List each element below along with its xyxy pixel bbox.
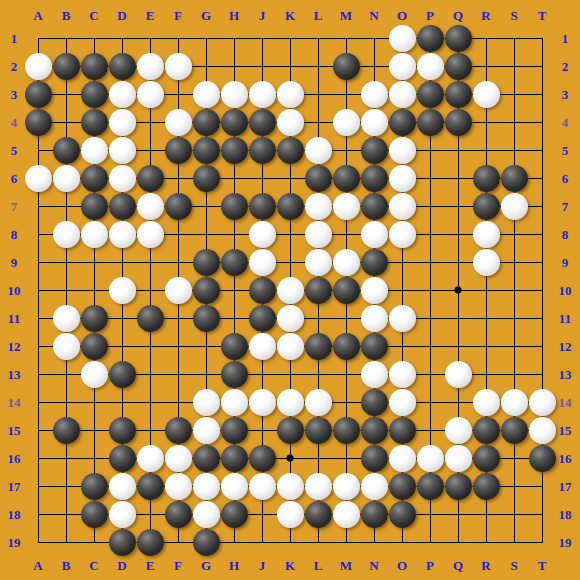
- coord-label-bottom-K[interactable]: K: [285, 559, 295, 572]
- white-stone-R8: [473, 221, 500, 248]
- coord-label-right-17[interactable]: 17: [559, 480, 572, 493]
- black-stone-Q17: [445, 473, 472, 500]
- black-stone-C3: [81, 81, 108, 108]
- coord-label-top-M[interactable]: M: [340, 9, 352, 22]
- coord-label-left-17[interactable]: 17: [8, 480, 21, 493]
- coord-label-top-O[interactable]: O: [397, 9, 407, 22]
- black-stone-C17: [81, 473, 108, 500]
- white-stone-O16: [389, 445, 416, 472]
- coord-label-bottom-R[interactable]: R: [481, 559, 490, 572]
- coord-label-left-16[interactable]: 16: [8, 452, 21, 465]
- black-stone-M6: [333, 165, 360, 192]
- coord-label-bottom-T[interactable]: T: [538, 559, 547, 572]
- white-stone-P16: [417, 445, 444, 472]
- white-stone-F4: [165, 109, 192, 136]
- white-stone-D17: [109, 473, 136, 500]
- black-stone-F15: [165, 417, 192, 444]
- coord-label-right-3[interactable]: 3: [562, 88, 569, 101]
- coord-label-top-S[interactable]: S: [510, 9, 517, 22]
- white-stone-K4: [277, 109, 304, 136]
- coord-label-top-B[interactable]: B: [62, 9, 71, 22]
- black-stone-M10: [333, 277, 360, 304]
- coord-label-left-12[interactable]: 12: [8, 340, 21, 353]
- coord-label-right-18[interactable]: 18: [559, 508, 572, 521]
- coord-label-right-2[interactable]: 2: [562, 60, 569, 73]
- coord-label-bottom-L[interactable]: L: [314, 559, 323, 572]
- black-stone-L6: [305, 165, 332, 192]
- coord-label-left-14[interactable]: 14: [8, 396, 21, 409]
- white-stone-N13: [361, 361, 388, 388]
- coord-label-bottom-P[interactable]: P: [426, 559, 434, 572]
- white-stone-K11: [277, 305, 304, 332]
- white-stone-N8: [361, 221, 388, 248]
- white-stone-D10: [109, 277, 136, 304]
- black-stone-L10: [305, 277, 332, 304]
- black-stone-R7: [473, 193, 500, 220]
- white-stone-K14: [277, 389, 304, 416]
- black-stone-K5: [277, 137, 304, 164]
- black-stone-G4: [193, 109, 220, 136]
- star-point-Q10: [455, 287, 462, 294]
- black-stone-G6: [193, 165, 220, 192]
- coord-label-bottom-E[interactable]: E: [146, 559, 155, 572]
- white-stone-C8: [81, 221, 108, 248]
- white-stone-G3: [193, 81, 220, 108]
- white-stone-G17: [193, 473, 220, 500]
- white-stone-H17: [221, 473, 248, 500]
- coord-label-bottom-Q[interactable]: Q: [453, 559, 463, 572]
- white-stone-D3: [109, 81, 136, 108]
- black-stone-E11: [137, 305, 164, 332]
- coord-label-right-7[interactable]: 7: [562, 200, 569, 213]
- coord-label-right-14[interactable]: 14: [559, 396, 572, 409]
- coord-label-right-11[interactable]: 11: [559, 312, 571, 325]
- coord-label-bottom-H[interactable]: H: [229, 559, 239, 572]
- black-stone-P17: [417, 473, 444, 500]
- coord-label-right-4[interactable]: 4: [562, 116, 569, 129]
- coord-label-left-3[interactable]: 3: [11, 88, 18, 101]
- white-stone-M17: [333, 473, 360, 500]
- white-stone-T15: [529, 417, 556, 444]
- black-stone-G11: [193, 305, 220, 332]
- black-stone-N7: [361, 193, 388, 220]
- black-stone-E6: [137, 165, 164, 192]
- black-stone-G19: [193, 529, 220, 556]
- white-stone-E8: [137, 221, 164, 248]
- white-stone-J12: [249, 333, 276, 360]
- white-stone-E3: [137, 81, 164, 108]
- white-stone-N10: [361, 277, 388, 304]
- white-stone-K3: [277, 81, 304, 108]
- black-stone-R16: [473, 445, 500, 472]
- coord-label-top-N[interactable]: N: [369, 9, 378, 22]
- white-stone-O13: [389, 361, 416, 388]
- white-stone-L5: [305, 137, 332, 164]
- coord-label-left-18[interactable]: 18: [8, 508, 21, 521]
- coord-label-top-C[interactable]: C: [89, 9, 98, 22]
- coord-label-right-6[interactable]: 6: [562, 172, 569, 185]
- black-stone-D15: [109, 417, 136, 444]
- black-stone-E17: [137, 473, 164, 500]
- white-stone-M18: [333, 501, 360, 528]
- white-stone-A2: [25, 53, 52, 80]
- coord-label-left-1[interactable]: 1: [11, 32, 18, 45]
- coord-label-right-13[interactable]: 13: [559, 368, 572, 381]
- white-stone-E16: [137, 445, 164, 472]
- white-stone-N4: [361, 109, 388, 136]
- black-stone-Q2: [445, 53, 472, 80]
- coord-label-left-6[interactable]: 6: [11, 172, 18, 185]
- white-stone-L14: [305, 389, 332, 416]
- coord-label-left-9[interactable]: 9: [11, 256, 18, 269]
- coord-label-left-13[interactable]: 13: [8, 368, 21, 381]
- white-stone-K18: [277, 501, 304, 528]
- white-stone-O3: [389, 81, 416, 108]
- white-stone-B11: [53, 305, 80, 332]
- black-stone-T16: [529, 445, 556, 472]
- black-stone-J7: [249, 193, 276, 220]
- white-stone-O5: [389, 137, 416, 164]
- black-stone-N6: [361, 165, 388, 192]
- coord-label-top-H[interactable]: H: [229, 9, 239, 22]
- coord-label-right-12[interactable]: 12: [559, 340, 572, 353]
- white-stone-L17: [305, 473, 332, 500]
- black-stone-S15: [501, 417, 528, 444]
- black-stone-L12: [305, 333, 332, 360]
- star-point-K16: [287, 455, 294, 462]
- black-stone-H4: [221, 109, 248, 136]
- coord-label-bottom-C[interactable]: C: [89, 559, 98, 572]
- black-stone-G10: [193, 277, 220, 304]
- black-stone-H9: [221, 249, 248, 276]
- black-stone-N14: [361, 389, 388, 416]
- white-stone-J8: [249, 221, 276, 248]
- white-stone-K17: [277, 473, 304, 500]
- black-stone-L15: [305, 417, 332, 444]
- white-stone-Q15: [445, 417, 472, 444]
- white-stone-F16: [165, 445, 192, 472]
- white-stone-N17: [361, 473, 388, 500]
- black-stone-H16: [221, 445, 248, 472]
- white-stone-H3: [221, 81, 248, 108]
- white-stone-G18: [193, 501, 220, 528]
- white-stone-J3: [249, 81, 276, 108]
- white-stone-Q13: [445, 361, 472, 388]
- black-stone-M12: [333, 333, 360, 360]
- white-stone-O8: [389, 221, 416, 248]
- black-stone-B15: [53, 417, 80, 444]
- white-stone-O2: [389, 53, 416, 80]
- coord-label-bottom-M[interactable]: M: [340, 559, 352, 572]
- black-stone-H18: [221, 501, 248, 528]
- coord-label-left-15[interactable]: 15: [8, 424, 21, 437]
- coord-label-left-11[interactable]: 11: [8, 312, 20, 325]
- black-stone-C18: [81, 501, 108, 528]
- coord-label-top-A[interactable]: A: [33, 9, 42, 22]
- go-board[interactable]: AABBCCDDEEFFGGHHJJKKLLMMNNOOPPQQRRSSTT11…: [0, 0, 580, 580]
- white-stone-O14: [389, 389, 416, 416]
- black-stone-M15: [333, 417, 360, 444]
- white-stone-H14: [221, 389, 248, 416]
- black-stone-K15: [277, 417, 304, 444]
- black-stone-N12: [361, 333, 388, 360]
- coord-label-top-Q[interactable]: Q: [453, 9, 463, 22]
- white-stone-L9: [305, 249, 332, 276]
- white-stone-L7: [305, 193, 332, 220]
- black-stone-B2: [53, 53, 80, 80]
- black-stone-N16: [361, 445, 388, 472]
- coord-label-right-15[interactable]: 15: [559, 424, 572, 437]
- coord-label-right-10[interactable]: 10: [559, 284, 572, 297]
- black-stone-D19: [109, 529, 136, 556]
- white-stone-N11: [361, 305, 388, 332]
- white-stone-O6: [389, 165, 416, 192]
- black-stone-C4: [81, 109, 108, 136]
- white-stone-L8: [305, 221, 332, 248]
- grid-line-vertical: [514, 38, 515, 543]
- black-stone-P1: [417, 25, 444, 52]
- black-stone-Q4: [445, 109, 472, 136]
- white-stone-A6: [25, 165, 52, 192]
- coord-label-left-7[interactable]: 7: [11, 200, 18, 213]
- coord-label-left-4[interactable]: 4: [11, 116, 18, 129]
- black-stone-J11: [249, 305, 276, 332]
- black-stone-C2: [81, 53, 108, 80]
- black-stone-B5: [53, 137, 80, 164]
- coord-label-bottom-N[interactable]: N: [369, 559, 378, 572]
- white-stone-F10: [165, 277, 192, 304]
- black-stone-J4: [249, 109, 276, 136]
- black-stone-J16: [249, 445, 276, 472]
- black-stone-H7: [221, 193, 248, 220]
- black-stone-A4: [25, 109, 52, 136]
- coord-label-right-8[interactable]: 8: [562, 228, 569, 241]
- black-stone-N5: [361, 137, 388, 164]
- black-stone-O15: [389, 417, 416, 444]
- white-stone-B6: [53, 165, 80, 192]
- coord-label-bottom-O[interactable]: O: [397, 559, 407, 572]
- black-stone-C7: [81, 193, 108, 220]
- white-stone-K10: [277, 277, 304, 304]
- coord-label-left-8[interactable]: 8: [11, 228, 18, 241]
- black-stone-C6: [81, 165, 108, 192]
- black-stone-P3: [417, 81, 444, 108]
- white-stone-M4: [333, 109, 360, 136]
- black-stone-R6: [473, 165, 500, 192]
- coord-label-top-P[interactable]: P: [426, 9, 434, 22]
- white-stone-D8: [109, 221, 136, 248]
- black-stone-O17: [389, 473, 416, 500]
- black-stone-L18: [305, 501, 332, 528]
- coord-label-top-J[interactable]: J: [259, 9, 266, 22]
- white-stone-J14: [249, 389, 276, 416]
- coord-label-right-5[interactable]: 5: [562, 144, 569, 157]
- coord-label-bottom-G[interactable]: G: [201, 559, 211, 572]
- black-stone-C11: [81, 305, 108, 332]
- black-stone-H15: [221, 417, 248, 444]
- black-stone-A3: [25, 81, 52, 108]
- black-stone-E19: [137, 529, 164, 556]
- black-stone-K7: [277, 193, 304, 220]
- white-stone-M7: [333, 193, 360, 220]
- black-stone-D7: [109, 193, 136, 220]
- white-stone-O7: [389, 193, 416, 220]
- white-stone-K12: [277, 333, 304, 360]
- coord-label-bottom-A[interactable]: A: [33, 559, 42, 572]
- white-stone-D18: [109, 501, 136, 528]
- coord-label-top-R[interactable]: R: [481, 9, 490, 22]
- coord-label-left-19[interactable]: 19: [8, 536, 21, 549]
- white-stone-B8: [53, 221, 80, 248]
- black-stone-P4: [417, 109, 444, 136]
- black-stone-R15: [473, 417, 500, 444]
- white-stone-J9: [249, 249, 276, 276]
- coord-label-top-L[interactable]: L: [314, 9, 323, 22]
- white-stone-R3: [473, 81, 500, 108]
- coord-label-right-9[interactable]: 9: [562, 256, 569, 269]
- coord-label-left-2[interactable]: 2: [11, 60, 18, 73]
- black-stone-D2: [109, 53, 136, 80]
- coord-label-left-5[interactable]: 5: [11, 144, 18, 157]
- black-stone-O4: [389, 109, 416, 136]
- black-stone-M2: [333, 53, 360, 80]
- black-stone-F18: [165, 501, 192, 528]
- black-stone-F5: [165, 137, 192, 164]
- black-stone-G5: [193, 137, 220, 164]
- white-stone-R14: [473, 389, 500, 416]
- black-stone-J5: [249, 137, 276, 164]
- coord-label-right-16[interactable]: 16: [559, 452, 572, 465]
- coord-label-top-D[interactable]: D: [117, 9, 126, 22]
- white-stone-O11: [389, 305, 416, 332]
- coord-label-bottom-F[interactable]: F: [174, 559, 182, 572]
- white-stone-J17: [249, 473, 276, 500]
- black-stone-J10: [249, 277, 276, 304]
- white-stone-E7: [137, 193, 164, 220]
- coord-label-top-F[interactable]: F: [174, 9, 182, 22]
- black-stone-N9: [361, 249, 388, 276]
- black-stone-N15: [361, 417, 388, 444]
- coord-label-top-K[interactable]: K: [285, 9, 295, 22]
- white-stone-Q16: [445, 445, 472, 472]
- black-stone-D13: [109, 361, 136, 388]
- white-stone-F17: [165, 473, 192, 500]
- black-stone-H13: [221, 361, 248, 388]
- coord-label-bottom-D[interactable]: D: [117, 559, 126, 572]
- coord-label-top-E[interactable]: E: [146, 9, 155, 22]
- white-stone-G15: [193, 417, 220, 444]
- white-stone-O1: [389, 25, 416, 52]
- white-stone-M9: [333, 249, 360, 276]
- black-stone-C12: [81, 333, 108, 360]
- white-stone-C13: [81, 361, 108, 388]
- white-stone-B12: [53, 333, 80, 360]
- white-stone-D6: [109, 165, 136, 192]
- black-stone-G16: [193, 445, 220, 472]
- coord-label-left-10[interactable]: 10: [8, 284, 21, 297]
- white-stone-G14: [193, 389, 220, 416]
- coord-label-right-1[interactable]: 1: [562, 32, 569, 45]
- white-stone-P2: [417, 53, 444, 80]
- black-stone-N18: [361, 501, 388, 528]
- black-stone-R17: [473, 473, 500, 500]
- coord-label-right-19[interactable]: 19: [559, 536, 572, 549]
- white-stone-C5: [81, 137, 108, 164]
- white-stone-E2: [137, 53, 164, 80]
- white-stone-F2: [165, 53, 192, 80]
- black-stone-G9: [193, 249, 220, 276]
- black-stone-O18: [389, 501, 416, 528]
- black-stone-H12: [221, 333, 248, 360]
- white-stone-D4: [109, 109, 136, 136]
- white-stone-T14: [529, 389, 556, 416]
- coord-label-top-T[interactable]: T: [538, 9, 547, 22]
- black-stone-H5: [221, 137, 248, 164]
- white-stone-N3: [361, 81, 388, 108]
- black-stone-Q3: [445, 81, 472, 108]
- coord-label-bottom-S[interactable]: S: [510, 559, 517, 572]
- coord-label-bottom-B[interactable]: B: [62, 559, 71, 572]
- white-stone-R9: [473, 249, 500, 276]
- coord-label-top-G[interactable]: G: [201, 9, 211, 22]
- black-stone-F7: [165, 193, 192, 220]
- white-stone-D5: [109, 137, 136, 164]
- white-stone-S7: [501, 193, 528, 220]
- white-stone-S14: [501, 389, 528, 416]
- black-stone-S6: [501, 165, 528, 192]
- coord-label-bottom-J[interactable]: J: [259, 559, 266, 572]
- black-stone-Q1: [445, 25, 472, 52]
- black-stone-D16: [109, 445, 136, 472]
